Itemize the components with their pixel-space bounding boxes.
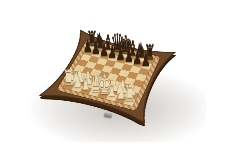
piece-black-pawn[interactable]: ♟ [141,51,150,68]
square-h1[interactable]: ♜ [124,97,136,106]
photo-canvas: ♜♞♝♛♚♝♞♜♟♟♟♟♟♟♟♟♟♟♟♟♟♟♟♟♜♞♝♛♚♝♞♜ [0,0,240,150]
piece-white-rook[interactable]: ♜ [123,83,133,105]
